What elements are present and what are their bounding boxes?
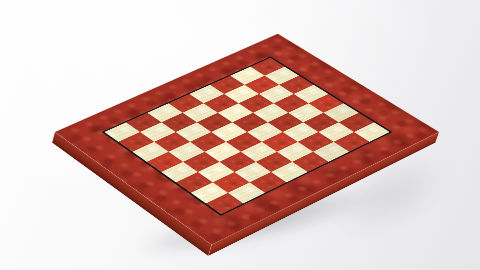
chess-board	[55, 34, 439, 245]
photo-backdrop	[0, 0, 480, 270]
playing-field	[102, 56, 393, 215]
perspective-container	[0, 0, 480, 270]
perspective-wrapper	[0, 0, 480, 270]
board-frame	[55, 34, 439, 245]
